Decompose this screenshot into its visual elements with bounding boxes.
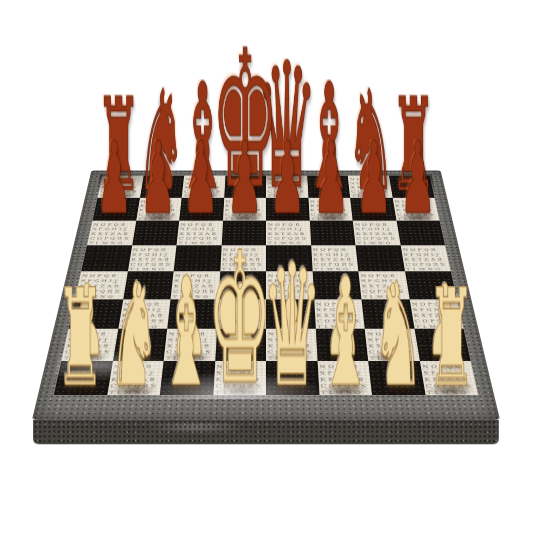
square-e1: ♛ — [266, 361, 319, 395]
piece-white-knight: ♞ — [108, 279, 159, 394]
square-g1: ♞ — [368, 361, 425, 395]
square-f1: NOPQRSFGHIJKXYZABCOPQRSTLMNOPQHIJKLMPQRS… — [317, 361, 372, 395]
piece-white-rook: ♜ — [56, 285, 104, 393]
photo-canvas: NOPQRSFGHIJKXYZABCOPQRSTLMNOPQHIJKLMPQRS… — [0, 0, 533, 533]
piece-black-pawn: ♟ — [96, 139, 132, 219]
stone-board-slab: NOPQRSFGHIJKXYZABCOPQRSTLMNOPQHIJKLMPQRS… — [32, 170, 500, 420]
square-g6: NOPQRSFGHIJKXYZABCOPQRSTLMNOPQHIJKLMPQRS… — [353, 221, 400, 246]
square-a6: NOPQRSFGHIJKXYZABCOPQRSTLMNOPQHIJKLMPQRS… — [87, 221, 136, 246]
square-a1: ♜ — [54, 361, 113, 395]
piece-white-knight: ♞ — [373, 279, 424, 394]
alphabet-print: NOPQRSFGHIJKXYZABCOPQRSTLMNOPQHIJKLMPQRS… — [88, 221, 135, 244]
square-e7: ♟ — [266, 198, 309, 221]
piece-black-pawn: ♟ — [356, 139, 392, 219]
board-front-edge — [33, 420, 499, 445]
alphabet-print: NOPQRSFGHIJKXYZABCOPQRSTLMNOPQHIJKLMPQRS… — [354, 221, 399, 244]
square-f7: NOPQRSFGHIJKXYZABCOPQRSTLMNOPQHIJKLMPQRS… — [308, 198, 353, 221]
square-h1: NOPQRSFGHIJKXYZABCOPQRSTLMNOPQHIJKLMPQRS… — [419, 361, 478, 395]
piece-black-pawn: ♟ — [313, 139, 349, 219]
piece-white-rook: ♜ — [427, 285, 475, 393]
square-b7: NOPQRSFGHIJKXYZABCOPQRSTLMNOPQHIJKLMPQRS… — [136, 198, 182, 221]
square-h6 — [396, 221, 445, 246]
piece-black-pawn: ♟ — [140, 139, 176, 219]
square-b1: NOPQRSFGHIJKXYZABCOPQRSTLMNOPQHIJKLMPQRS… — [107, 361, 164, 395]
piece-black-pawn: ♟ — [270, 139, 306, 219]
piece-white-bishop: ♝ — [160, 273, 214, 393]
chess-board-scene: NOPQRSFGHIJKXYZABCOPQRSTLMNOPQHIJKLMPQRS… — [66, 87, 466, 467]
square-d1: NOPQRSFGHIJKXYZABCOPQRSTLMNOPQHIJKLMPQRS… — [213, 361, 266, 395]
square-h7: NOPQRSFGHIJKXYZABCOPQRSTLMNOPQHIJKLMPQRS… — [392, 198, 439, 221]
piece-black-pawn: ♟ — [400, 139, 436, 219]
piece-white-queen: ♛ — [262, 258, 323, 393]
piece-white-bishop: ♝ — [318, 273, 372, 393]
square-b6 — [132, 221, 179, 246]
piece-black-pawn: ♟ — [226, 139, 262, 219]
piece-black-pawn: ♟ — [183, 139, 219, 219]
square-a7: ♟ — [92, 198, 139, 221]
square-g7: ♟ — [350, 198, 396, 221]
square-c1: ♝ — [160, 361, 215, 395]
chess-board: NOPQRSFGHIJKXYZABCOPQRSTLMNOPQHIJKLMPQRS… — [53, 175, 480, 396]
